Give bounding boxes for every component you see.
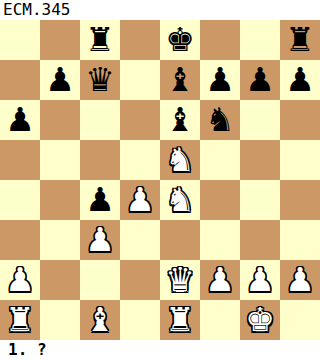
white-bishop: ♝ — [85, 300, 115, 340]
square-g1[interactable]: ♚ — [240, 300, 280, 340]
black-pawn: ♟ — [205, 60, 235, 100]
black-bishop: ♝ — [165, 60, 195, 100]
white-knight: ♞ — [165, 180, 195, 220]
square-b2[interactable] — [40, 260, 80, 300]
square-g5[interactable] — [240, 140, 280, 180]
chess-board: ♜♚♜♟♛♝♟♟♟♟♝♞♞♟♟♞♟♟♛♟♟♟♜♝♜♚ — [0, 20, 320, 340]
square-e6[interactable]: ♝ — [160, 100, 200, 140]
white-knight: ♞ — [165, 140, 195, 180]
square-f3[interactable] — [200, 220, 240, 260]
square-a5[interactable] — [0, 140, 40, 180]
black-pawn: ♟ — [285, 60, 315, 100]
white-king: ♚ — [245, 300, 275, 340]
square-a8[interactable] — [0, 20, 40, 60]
square-c1[interactable]: ♝ — [80, 300, 120, 340]
square-f1[interactable] — [200, 300, 240, 340]
white-queen: ♛ — [165, 260, 195, 300]
square-a6[interactable]: ♟ — [0, 100, 40, 140]
square-a1[interactable]: ♜ — [0, 300, 40, 340]
black-bishop: ♝ — [165, 100, 195, 140]
square-h3[interactable] — [280, 220, 320, 260]
square-a4[interactable] — [0, 180, 40, 220]
square-d4[interactable]: ♟ — [120, 180, 160, 220]
square-h6[interactable] — [280, 100, 320, 140]
square-d3[interactable] — [120, 220, 160, 260]
black-rook: ♜ — [85, 20, 115, 60]
square-e3[interactable] — [160, 220, 200, 260]
square-a7[interactable] — [0, 60, 40, 100]
square-d6[interactable] — [120, 100, 160, 140]
square-b5[interactable] — [40, 140, 80, 180]
square-f5[interactable] — [200, 140, 240, 180]
square-c3[interactable]: ♟ — [80, 220, 120, 260]
square-h1[interactable] — [280, 300, 320, 340]
square-c5[interactable] — [80, 140, 120, 180]
square-a3[interactable] — [0, 220, 40, 260]
square-h4[interactable] — [280, 180, 320, 220]
white-rook: ♜ — [165, 300, 195, 340]
square-e1[interactable]: ♜ — [160, 300, 200, 340]
square-g7[interactable]: ♟ — [240, 60, 280, 100]
white-pawn: ♟ — [205, 260, 235, 300]
page-title: ECM.345 — [3, 0, 70, 20]
square-h2[interactable]: ♟ — [280, 260, 320, 300]
square-f7[interactable]: ♟ — [200, 60, 240, 100]
square-g4[interactable] — [240, 180, 280, 220]
white-rook: ♜ — [5, 300, 35, 340]
square-b7[interactable]: ♟ — [40, 60, 80, 100]
square-e2[interactable]: ♛ — [160, 260, 200, 300]
square-c2[interactable] — [80, 260, 120, 300]
square-e7[interactable]: ♝ — [160, 60, 200, 100]
move-prompt: 1. ? — [8, 339, 47, 360]
square-g3[interactable] — [240, 220, 280, 260]
black-pawn: ♟ — [245, 60, 275, 100]
square-c6[interactable] — [80, 100, 120, 140]
square-f6[interactable]: ♞ — [200, 100, 240, 140]
square-c4[interactable]: ♟ — [80, 180, 120, 220]
black-knight: ♞ — [205, 100, 235, 140]
square-b6[interactable] — [40, 100, 80, 140]
square-c7[interactable]: ♛ — [80, 60, 120, 100]
black-pawn: ♟ — [45, 60, 75, 100]
square-h7[interactable]: ♟ — [280, 60, 320, 100]
square-b3[interactable] — [40, 220, 80, 260]
white-pawn: ♟ — [85, 220, 115, 260]
chess-diagram-window: ECM.345 ♜♚♜♟♛♝♟♟♟♟♝♞♞♟♟♞♟♟♛♟♟♟♜♝♜♚ 1. ? — [0, 0, 320, 360]
black-pawn: ♟ — [85, 180, 115, 220]
white-pawn: ♟ — [285, 260, 315, 300]
black-king: ♚ — [165, 20, 195, 60]
black-queen: ♛ — [85, 60, 115, 100]
square-d2[interactable] — [120, 260, 160, 300]
square-d8[interactable] — [120, 20, 160, 60]
square-h5[interactable] — [280, 140, 320, 180]
square-e5[interactable]: ♞ — [160, 140, 200, 180]
square-a2[interactable]: ♟ — [0, 260, 40, 300]
square-h8[interactable]: ♜ — [280, 20, 320, 60]
white-pawn: ♟ — [245, 260, 275, 300]
square-c8[interactable]: ♜ — [80, 20, 120, 60]
square-g8[interactable] — [240, 20, 280, 60]
white-pawn: ♟ — [125, 180, 155, 220]
white-pawn: ♟ — [5, 260, 35, 300]
square-g2[interactable]: ♟ — [240, 260, 280, 300]
square-f4[interactable] — [200, 180, 240, 220]
black-rook: ♜ — [285, 20, 315, 60]
square-b4[interactable] — [40, 180, 80, 220]
square-d7[interactable] — [120, 60, 160, 100]
square-e8[interactable]: ♚ — [160, 20, 200, 60]
square-g6[interactable] — [240, 100, 280, 140]
square-d1[interactable] — [120, 300, 160, 340]
square-d5[interactable] — [120, 140, 160, 180]
square-b8[interactable] — [40, 20, 80, 60]
square-f8[interactable] — [200, 20, 240, 60]
square-f2[interactable]: ♟ — [200, 260, 240, 300]
black-pawn: ♟ — [5, 100, 35, 140]
square-e4[interactable]: ♞ — [160, 180, 200, 220]
square-b1[interactable] — [40, 300, 80, 340]
